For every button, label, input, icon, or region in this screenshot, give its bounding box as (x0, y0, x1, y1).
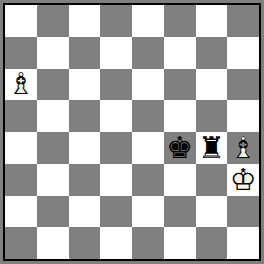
square-e6[interactable] (132, 69, 164, 101)
square-f7[interactable] (164, 37, 196, 69)
square-h6[interactable] (227, 69, 259, 101)
piece-white-king[interactable]: ♔ (227, 164, 259, 196)
square-b8[interactable] (37, 5, 69, 37)
square-a4[interactable] (5, 132, 37, 164)
square-f2[interactable] (164, 196, 196, 228)
piece-white-bishop[interactable]: ♗ (5, 69, 37, 101)
square-d6[interactable] (100, 69, 132, 101)
piece-white-bishop-fill: ♝ (227, 132, 259, 164)
square-c3[interactable] (69, 164, 101, 196)
square-a7[interactable] (5, 37, 37, 69)
square-h3[interactable]: ♚♔ (227, 164, 259, 196)
square-e4[interactable] (132, 132, 164, 164)
square-h1[interactable] (227, 227, 259, 259)
square-g5[interactable] (196, 100, 228, 132)
piece-black-king[interactable]: ♚ (164, 132, 196, 164)
piece-black-rook[interactable]: ♜ (196, 132, 228, 164)
square-f8[interactable] (164, 5, 196, 37)
square-d2[interactable] (100, 196, 132, 228)
square-c4[interactable] (69, 132, 101, 164)
square-e2[interactable] (132, 196, 164, 228)
square-e1[interactable] (132, 227, 164, 259)
square-c1[interactable] (69, 227, 101, 259)
square-f1[interactable] (164, 227, 196, 259)
square-d1[interactable] (100, 227, 132, 259)
square-a5[interactable] (5, 100, 37, 132)
square-b1[interactable] (37, 227, 69, 259)
screen: ♝♗♚♜♝♗♚♔ (0, 0, 264, 264)
square-d8[interactable] (100, 5, 132, 37)
square-g4[interactable]: ♜ (196, 132, 228, 164)
square-c7[interactable] (69, 37, 101, 69)
board-frame: ♝♗♚♜♝♗♚♔ (3, 3, 261, 261)
square-h2[interactable] (227, 196, 259, 228)
square-d5[interactable] (100, 100, 132, 132)
square-h5[interactable] (227, 100, 259, 132)
square-d3[interactable] (100, 164, 132, 196)
square-a8[interactable] (5, 5, 37, 37)
square-a2[interactable] (5, 196, 37, 228)
square-b6[interactable] (37, 69, 69, 101)
square-g2[interactable] (196, 196, 228, 228)
square-f4[interactable]: ♚ (164, 132, 196, 164)
square-e3[interactable] (132, 164, 164, 196)
square-g6[interactable] (196, 69, 228, 101)
piece-white-bishop[interactable]: ♗ (227, 132, 259, 164)
chess-board: ♝♗♚♜♝♗♚♔ (5, 5, 259, 259)
square-a1[interactable] (5, 227, 37, 259)
square-d7[interactable] (100, 37, 132, 69)
square-c6[interactable] (69, 69, 101, 101)
square-e5[interactable] (132, 100, 164, 132)
square-b5[interactable] (37, 100, 69, 132)
square-g8[interactable] (196, 5, 228, 37)
square-g1[interactable] (196, 227, 228, 259)
square-c2[interactable] (69, 196, 101, 228)
square-b2[interactable] (37, 196, 69, 228)
square-b3[interactable] (37, 164, 69, 196)
square-b7[interactable] (37, 37, 69, 69)
square-e7[interactable] (132, 37, 164, 69)
square-g7[interactable] (196, 37, 228, 69)
square-h7[interactable] (227, 37, 259, 69)
square-h4[interactable]: ♝♗ (227, 132, 259, 164)
square-c5[interactable] (69, 100, 101, 132)
square-f3[interactable] (164, 164, 196, 196)
square-e8[interactable] (132, 5, 164, 37)
piece-white-bishop-fill: ♝ (5, 69, 37, 101)
square-a3[interactable] (5, 164, 37, 196)
piece-white-king-fill: ♚ (227, 164, 259, 196)
square-f5[interactable] (164, 100, 196, 132)
square-d4[interactable] (100, 132, 132, 164)
square-g3[interactable] (196, 164, 228, 196)
square-f6[interactable] (164, 69, 196, 101)
square-a6[interactable]: ♝♗ (5, 69, 37, 101)
square-b4[interactable] (37, 132, 69, 164)
square-h8[interactable] (227, 5, 259, 37)
square-c8[interactable] (69, 5, 101, 37)
